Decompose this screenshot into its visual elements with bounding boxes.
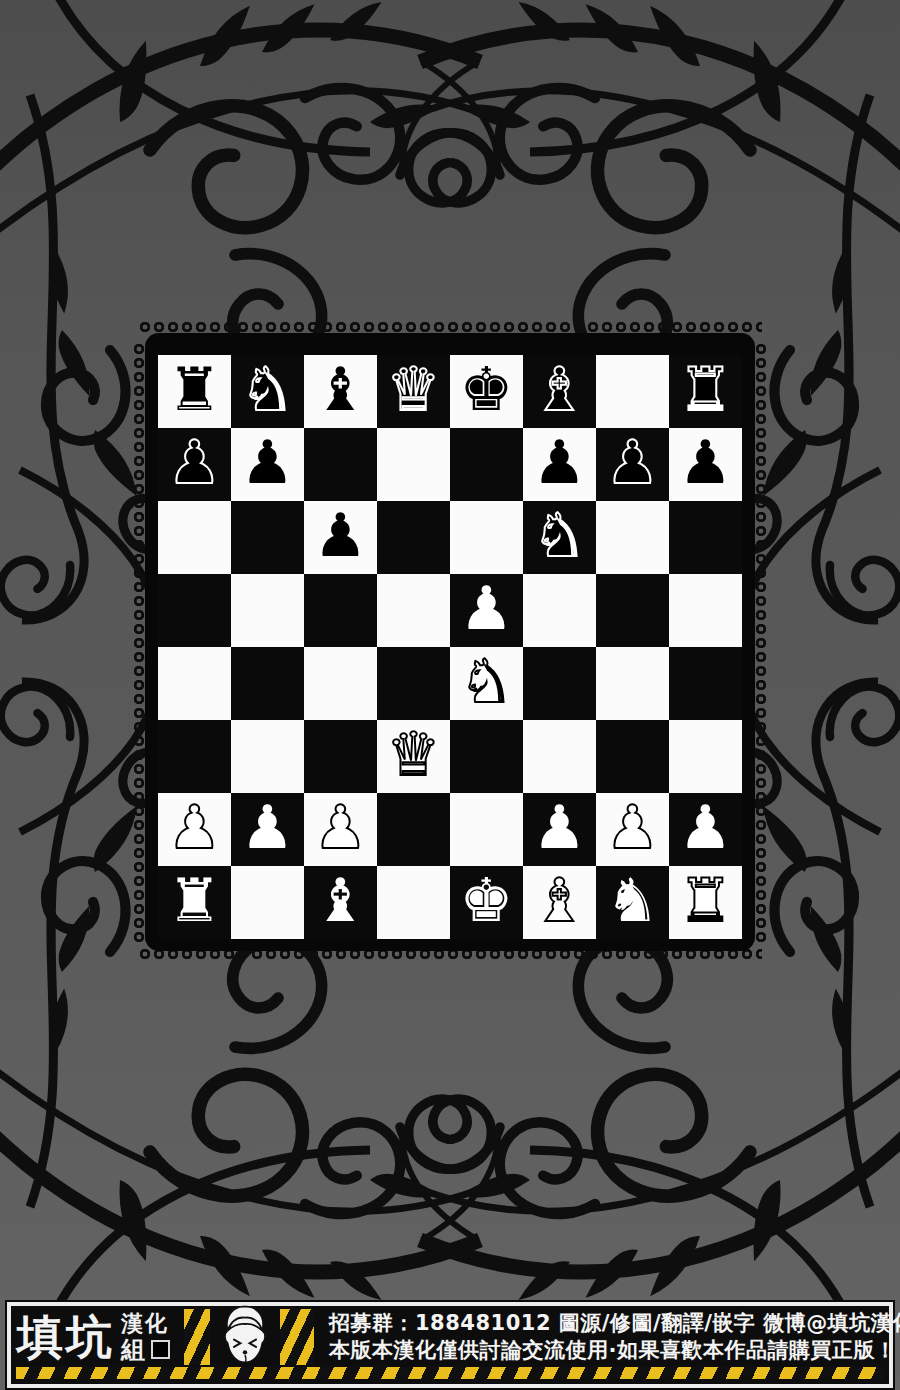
white-king-e1: ♚ xyxy=(460,870,514,930)
square-f7: ♟ xyxy=(523,428,596,501)
square-e6 xyxy=(450,501,523,574)
square-d2 xyxy=(377,793,450,866)
logo-square-mark xyxy=(151,1340,170,1359)
caution-stripe-right xyxy=(280,1309,314,1365)
square-c7 xyxy=(304,428,377,501)
square-h4 xyxy=(669,647,742,720)
square-b2: ♟ xyxy=(231,793,304,866)
square-f5 xyxy=(523,574,596,647)
square-c8: ♝ xyxy=(304,355,377,428)
square-e5: ♟ xyxy=(450,574,523,647)
caution-stripe-left xyxy=(184,1309,210,1365)
square-g7: ♟ xyxy=(596,428,669,501)
square-c3 xyxy=(304,720,377,793)
white-knight-g1: ♞ xyxy=(606,870,660,930)
white-pawn-c2: ♟ xyxy=(314,797,368,857)
black-king-e8: ♚ xyxy=(460,359,514,419)
square-g8 xyxy=(596,355,669,428)
black-pawn-b7: ♟ xyxy=(241,432,295,492)
square-c5 xyxy=(304,574,377,647)
square-c6: ♟ xyxy=(304,501,377,574)
square-b4 xyxy=(231,647,304,720)
square-c1: ♝ xyxy=(304,866,377,939)
square-h7: ♟ xyxy=(669,428,742,501)
square-e1: ♚ xyxy=(450,866,523,939)
square-f8: ♝ xyxy=(523,355,596,428)
square-f4 xyxy=(523,647,596,720)
black-knight-b8: ♞ xyxy=(241,359,295,419)
credit-text-block: 招募群：188481012 圖源/修圖/翻譯/嵌字 微博@填坑漢化組 本版本漢化… xyxy=(329,1310,900,1364)
banner-content: 填坑 漢化 組 招募群： xyxy=(17,1308,883,1366)
square-a7: ♟ xyxy=(158,428,231,501)
square-a5 xyxy=(158,574,231,647)
recruit-line: 招募群：188481012 圖源/修圖/翻譯/嵌字 微博@填坑漢化組 xyxy=(329,1310,900,1337)
square-e7 xyxy=(450,428,523,501)
square-h8: ♜ xyxy=(669,355,742,428)
board-lace-trim-right xyxy=(753,342,769,942)
black-bishop-c8: ♝ xyxy=(314,359,368,419)
square-a3 xyxy=(158,720,231,793)
square-d1 xyxy=(377,866,450,939)
black-pawn-g7: ♟ xyxy=(606,432,660,492)
square-b5 xyxy=(231,574,304,647)
square-d5 xyxy=(377,574,450,647)
square-g4 xyxy=(596,647,669,720)
scanlation-group-logo: 填坑 xyxy=(17,1314,115,1360)
black-rook-a8: ♜ xyxy=(168,359,222,419)
square-e4: ♞ xyxy=(450,647,523,720)
black-pawn-h7: ♟ xyxy=(679,432,733,492)
logo-sub-bottom-text: 組 xyxy=(121,1338,145,1362)
manga-page: ♜♞♝♛♚♝♜♟♟♟♟♟♟♞♟♞♛♟♟♟♟♟♟♜♝♚♝♞♜ 填坑 漢化 組 xyxy=(0,0,900,1390)
square-e2 xyxy=(450,793,523,866)
square-b8: ♞ xyxy=(231,355,304,428)
square-h6 xyxy=(669,501,742,574)
square-c4 xyxy=(304,647,377,720)
square-f6: ♞ xyxy=(523,501,596,574)
white-queen-d3: ♛ xyxy=(387,724,441,784)
white-pawn-h2: ♟ xyxy=(679,797,733,857)
square-h3 xyxy=(669,720,742,793)
white-pawn-g2: ♟ xyxy=(606,797,660,857)
square-a6 xyxy=(158,501,231,574)
square-b3 xyxy=(231,720,304,793)
square-a8: ♜ xyxy=(158,355,231,428)
square-a4 xyxy=(158,647,231,720)
square-c2: ♟ xyxy=(304,793,377,866)
white-bishop-f1: ♝ xyxy=(533,870,587,930)
square-h5 xyxy=(669,574,742,647)
scanlation-credit-banner: 填坑 漢化 組 招募群： xyxy=(7,1302,893,1388)
scanlation-group-logo-sub: 漢化 組 xyxy=(121,1313,170,1362)
white-knight-e4: ♞ xyxy=(460,651,514,711)
square-d4 xyxy=(377,647,450,720)
white-pawn-b2: ♟ xyxy=(241,797,295,857)
square-b6 xyxy=(231,501,304,574)
square-g6 xyxy=(596,501,669,574)
square-a1: ♜ xyxy=(158,866,231,939)
chibi-mascot-illustration xyxy=(217,1303,273,1371)
square-g3 xyxy=(596,720,669,793)
black-rook-h8: ♜ xyxy=(679,359,733,419)
square-f3 xyxy=(523,720,596,793)
square-b1 xyxy=(231,866,304,939)
square-h2: ♟ xyxy=(669,793,742,866)
black-pawn-a7: ♟ xyxy=(168,432,222,492)
square-a2: ♟ xyxy=(158,793,231,866)
square-b7: ♟ xyxy=(231,428,304,501)
square-f1: ♝ xyxy=(523,866,596,939)
black-knight-f6: ♞ xyxy=(533,505,587,565)
disclaimer-line: 本版本漢化僅供討論交流使用·如果喜歡本作品請購買正版！ xyxy=(329,1337,900,1364)
square-d8: ♛ xyxy=(377,355,450,428)
white-pawn-e5: ♟ xyxy=(460,578,514,638)
white-bishop-c1: ♝ xyxy=(314,870,368,930)
square-d6 xyxy=(377,501,450,574)
white-pawn-a2: ♟ xyxy=(168,797,222,857)
square-g2: ♟ xyxy=(596,793,669,866)
white-rook-a1: ♜ xyxy=(168,870,222,930)
caution-stripe-bottom-band xyxy=(16,1367,884,1379)
logo-sub-top-text: 漢化 xyxy=(121,1313,170,1335)
black-pawn-c6: ♟ xyxy=(314,505,368,565)
square-e3 xyxy=(450,720,523,793)
white-pawn-f2: ♟ xyxy=(533,797,587,857)
square-h1: ♜ xyxy=(669,866,742,939)
black-queen-d8: ♛ xyxy=(387,359,441,419)
square-d3: ♛ xyxy=(377,720,450,793)
black-pawn-f7: ♟ xyxy=(533,432,587,492)
chess-board-frame: ♜♞♝♛♚♝♜♟♟♟♟♟♟♞♟♞♛♟♟♟♟♟♟♜♝♚♝♞♜ xyxy=(145,333,755,951)
black-bishop-f8: ♝ xyxy=(533,359,587,419)
white-rook-h1: ♜ xyxy=(679,870,733,930)
square-e8: ♚ xyxy=(450,355,523,428)
square-f2: ♟ xyxy=(523,793,596,866)
square-d7 xyxy=(377,428,450,501)
square-g5 xyxy=(596,574,669,647)
square-g1: ♞ xyxy=(596,866,669,939)
chess-board: ♜♞♝♛♚♝♜♟♟♟♟♟♟♞♟♞♛♟♟♟♟♟♟♜♝♚♝♞♜ xyxy=(158,355,742,939)
